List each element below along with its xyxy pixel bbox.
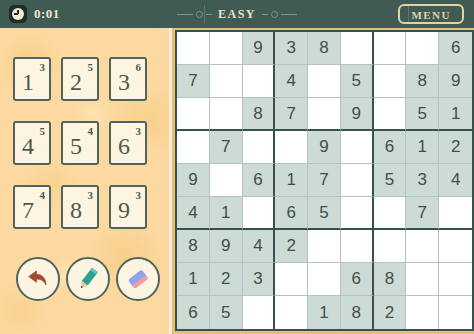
cell-r1c7[interactable]	[374, 32, 407, 65]
cell-r8c7[interactable]: 8	[374, 263, 407, 296]
cell-r4c9[interactable]: 2	[439, 131, 472, 164]
numpad-digit: 8	[70, 197, 82, 224]
cell-r9c2[interactable]: 5	[210, 296, 243, 329]
cell-r5c6[interactable]	[341, 164, 374, 197]
cell-r5c2[interactable]	[210, 164, 243, 197]
cell-r4c1[interactable]	[177, 131, 210, 164]
cell-r1c2[interactable]	[210, 32, 243, 65]
undo-button[interactable]	[16, 257, 60, 301]
cell-r3c4[interactable]: 7	[275, 98, 308, 131]
topbar-divider-left	[204, 5, 205, 23]
numpad-remaining-count: 4	[88, 125, 94, 137]
cell-r2c4[interactable]: 4	[275, 65, 308, 98]
number-pad-row: 132536	[13, 57, 159, 101]
cell-r3c2[interactable]	[210, 98, 243, 131]
menu-button[interactable]: MENU	[398, 4, 464, 24]
numpad-button-8[interactable]: 83	[61, 185, 99, 229]
cell-r1c8[interactable]	[406, 32, 439, 65]
sudoku-board: 9386745898795179612961753441657894212368…	[175, 30, 474, 331]
numpad-button-6[interactable]: 63	[109, 121, 147, 165]
timer-group: 0:01	[0, 5, 60, 23]
timer-value: 0:01	[34, 6, 60, 22]
clock-face	[12, 8, 24, 20]
cell-r7c1[interactable]: 8	[177, 230, 210, 263]
cell-r6c1[interactable]: 4	[177, 197, 210, 230]
cell-r7c5[interactable]	[308, 230, 341, 263]
cell-r5c1[interactable]: 9	[177, 164, 210, 197]
cell-r6c2[interactable]: 1	[210, 197, 243, 230]
cell-r5c8[interactable]: 3	[406, 164, 439, 197]
cell-r8c3[interactable]: 3	[243, 263, 276, 296]
cell-r6c8[interactable]: 7	[406, 197, 439, 230]
cell-r1c9[interactable]: 6	[439, 32, 472, 65]
numpad-digit: 4	[22, 133, 34, 160]
title-ornament-left	[177, 11, 212, 18]
number-pad-row: 455463	[13, 121, 159, 165]
cell-r5c7[interactable]: 5	[374, 164, 407, 197]
cell-r2c1[interactable]: 7	[177, 65, 210, 98]
tools-row	[0, 257, 169, 301]
cell-r1c6[interactable]	[341, 32, 374, 65]
cell-r6c5[interactable]: 5	[308, 197, 341, 230]
cell-r2c6[interactable]: 5	[341, 65, 374, 98]
numpad-digit: 7	[22, 197, 34, 224]
cell-r2c5[interactable]	[308, 65, 341, 98]
cell-r3c6[interactable]: 9	[341, 98, 374, 131]
cell-r6c6[interactable]	[341, 197, 374, 230]
cell-r5c9[interactable]: 4	[439, 164, 472, 197]
pencil-icon	[75, 266, 101, 292]
cell-r4c2[interactable]: 7	[210, 131, 243, 164]
cell-r9c1[interactable]: 6	[177, 296, 210, 329]
numpad-button-2[interactable]: 25	[61, 57, 99, 101]
cell-r8c2[interactable]: 2	[210, 263, 243, 296]
cell-r6c7[interactable]	[374, 197, 407, 230]
cell-r2c3[interactable]	[243, 65, 276, 98]
cell-r8c4[interactable]	[275, 263, 308, 296]
cell-r2c8[interactable]: 8	[406, 65, 439, 98]
cell-r5c3[interactable]: 6	[243, 164, 276, 197]
number-pad-row: 748393	[13, 185, 159, 229]
cell-r8c5[interactable]	[308, 263, 341, 296]
numpad-digit: 1	[22, 69, 34, 96]
numpad-remaining-count: 3	[88, 189, 94, 201]
undo-arrow-icon	[25, 266, 51, 292]
cell-r7c8[interactable]	[406, 230, 439, 263]
numpad-digit: 6	[118, 133, 130, 160]
numpad-digit: 2	[70, 69, 82, 96]
cell-r6c9[interactable]	[439, 197, 472, 230]
pencil-button[interactable]	[66, 257, 110, 301]
numpad-digit: 9	[118, 197, 130, 224]
cell-r7c2[interactable]: 9	[210, 230, 243, 263]
cell-r4c6[interactable]	[341, 131, 374, 164]
numpad-digit: 3	[118, 69, 130, 96]
cell-r9c5[interactable]: 1	[308, 296, 341, 329]
eraser-button[interactable]	[116, 257, 160, 301]
cell-r1c5[interactable]: 8	[308, 32, 341, 65]
numpad-button-7[interactable]: 74	[13, 185, 51, 229]
cell-r1c4[interactable]: 3	[275, 32, 308, 65]
numpad-button-3[interactable]: 36	[109, 57, 147, 101]
cell-r1c3[interactable]: 9	[243, 32, 276, 65]
numpad-remaining-count: 5	[88, 61, 94, 73]
cell-r9c9[interactable]	[439, 296, 472, 329]
cell-r3c1[interactable]	[177, 98, 210, 131]
cell-r7c9[interactable]	[439, 230, 472, 263]
cell-r2c7[interactable]	[374, 65, 407, 98]
cell-r9c3[interactable]	[243, 296, 276, 329]
numpad-button-1[interactable]: 13	[13, 57, 51, 101]
cell-r7c3[interactable]: 4	[243, 230, 276, 263]
cell-r4c7[interactable]: 6	[374, 131, 407, 164]
cell-r2c9[interactable]: 9	[439, 65, 472, 98]
cell-r4c8[interactable]: 1	[406, 131, 439, 164]
cell-r9c4[interactable]	[275, 296, 308, 329]
numpad-remaining-count: 3	[136, 125, 142, 137]
numpad-digit: 5	[70, 133, 82, 160]
cell-r3c8[interactable]: 5	[406, 98, 439, 131]
numpad-remaining-count: 3	[136, 189, 142, 201]
numpad-remaining-count: 5	[40, 125, 46, 137]
cell-r6c4[interactable]: 6	[275, 197, 308, 230]
timer-clock-icon	[9, 5, 27, 23]
sidebar: 132536455463748393	[0, 28, 172, 334]
numpad-remaining-count: 3	[40, 61, 46, 73]
cell-r9c8[interactable]	[406, 296, 439, 329]
number-pad: 132536455463748393	[0, 28, 159, 229]
cell-r3c3[interactable]: 8	[243, 98, 276, 131]
cell-r5c5[interactable]: 7	[308, 164, 341, 197]
cell-r8c6[interactable]: 6	[341, 263, 374, 296]
title-ornament-right	[262, 11, 297, 18]
numpad-button-9[interactable]: 93	[109, 185, 147, 229]
numpad-remaining-count: 6	[136, 61, 142, 73]
cell-r8c1[interactable]: 1	[177, 263, 210, 296]
difficulty-title: EASY	[218, 7, 256, 22]
cell-r7c7[interactable]	[374, 230, 407, 263]
cell-r5c4[interactable]: 1	[275, 164, 308, 197]
cell-r9c6[interactable]: 8	[341, 296, 374, 329]
cell-r3c9[interactable]: 1	[439, 98, 472, 131]
cell-r4c3[interactable]	[243, 131, 276, 164]
top-bar: 0:01 EASY MENU	[0, 0, 474, 28]
cell-r7c6[interactable]	[341, 230, 374, 263]
cell-r8c8[interactable]	[406, 263, 439, 296]
eraser-icon	[125, 266, 151, 292]
numpad-button-4[interactable]: 45	[13, 121, 51, 165]
cell-r1c1[interactable]	[177, 32, 210, 65]
cell-r7c4[interactable]: 2	[275, 230, 308, 263]
cell-r4c4[interactable]	[275, 131, 308, 164]
cell-r6c3[interactable]	[243, 197, 276, 230]
cell-r3c5[interactable]	[308, 98, 341, 131]
cell-r2c2[interactable]	[210, 65, 243, 98]
cell-r4c5[interactable]: 9	[308, 131, 341, 164]
numpad-button-5[interactable]: 54	[61, 121, 99, 165]
numpad-remaining-count: 4	[40, 189, 46, 201]
cell-r8c9[interactable]	[439, 263, 472, 296]
cell-r3c7[interactable]	[374, 98, 407, 131]
cell-r9c7[interactable]: 2	[374, 296, 407, 329]
